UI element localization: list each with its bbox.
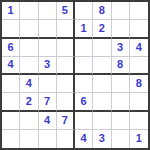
cell-r6c1-empty[interactable]	[2, 93, 20, 111]
cell-r6c8-empty[interactable]	[130, 93, 148, 111]
cell-r2c7-empty[interactable]	[112, 20, 130, 38]
cell-r5c5-empty[interactable]	[75, 75, 93, 93]
cell-r7c5-empty[interactable]	[75, 112, 93, 130]
cell-r5c6-empty[interactable]	[93, 75, 111, 93]
cell-r5c4-empty[interactable]	[57, 75, 75, 93]
cell-r8c8-given: 1	[130, 130, 148, 148]
cell-r4c8-empty[interactable]	[130, 57, 148, 75]
cell-r5c2-given: 4	[20, 75, 38, 93]
cell-r7c7-empty[interactable]	[112, 112, 130, 130]
cell-r5c1-empty[interactable]	[2, 75, 20, 93]
cell-r2c6-given: 2	[93, 20, 111, 38]
cell-r3c6-empty[interactable]	[93, 39, 111, 57]
cell-r6c4-empty[interactable]	[57, 93, 75, 111]
cell-r6c2-given: 2	[20, 93, 38, 111]
cell-r8c3-empty[interactable]	[39, 130, 57, 148]
cell-r7c3-given: 4	[39, 112, 57, 130]
cell-r7c8-empty[interactable]	[130, 112, 148, 130]
cell-r2c8-empty[interactable]	[130, 20, 148, 38]
cell-r7c4-given: 7	[57, 112, 75, 130]
cell-r1c7-empty[interactable]	[112, 2, 130, 20]
cell-r1c5-empty[interactable]	[75, 2, 93, 20]
cell-r5c7-empty[interactable]	[112, 75, 130, 93]
cell-r2c2-empty[interactable]	[20, 20, 38, 38]
cell-r3c4-empty[interactable]	[57, 39, 75, 57]
cell-r4c6-empty[interactable]	[93, 57, 111, 75]
cell-r4c2-empty[interactable]	[20, 57, 38, 75]
cell-r1c1-given: 1	[2, 2, 20, 20]
cell-r8c2-empty[interactable]	[20, 130, 38, 148]
cell-r5c8-given: 8	[130, 75, 148, 93]
cell-r2c5-given: 1	[75, 20, 93, 38]
cell-r1c2-empty[interactable]	[20, 2, 38, 20]
cell-r2c4-empty[interactable]	[57, 20, 75, 38]
cell-r3c3-empty[interactable]	[39, 39, 57, 57]
cell-r4c4-empty[interactable]	[57, 57, 75, 75]
cell-r5c3-empty[interactable]	[39, 75, 57, 93]
cell-r2c1-empty[interactable]	[2, 20, 20, 38]
cell-r3c2-empty[interactable]	[20, 39, 38, 57]
cell-r3c1-given: 6	[2, 39, 20, 57]
sudoku-board: 158126344384827647431	[0, 0, 150, 150]
cell-r3c8-given: 4	[130, 39, 148, 57]
cell-r3c5-empty[interactable]	[75, 39, 93, 57]
cell-r6c3-given: 7	[39, 93, 57, 111]
cell-r1c6-given: 8	[93, 2, 111, 20]
cell-r4c1-given: 4	[2, 57, 20, 75]
cell-r8c1-empty[interactable]	[2, 130, 20, 148]
cell-r1c4-given: 5	[57, 2, 75, 20]
cell-r4c5-empty[interactable]	[75, 57, 93, 75]
cell-r8c4-empty[interactable]	[57, 130, 75, 148]
cell-r1c8-empty[interactable]	[130, 2, 148, 20]
cell-r6c6-empty[interactable]	[93, 93, 111, 111]
cell-r1c3-empty[interactable]	[39, 2, 57, 20]
cell-r6c7-empty[interactable]	[112, 93, 130, 111]
cell-r3c7-given: 3	[112, 39, 130, 57]
cell-r7c2-empty[interactable]	[20, 112, 38, 130]
cell-r7c1-empty[interactable]	[2, 112, 20, 130]
cell-r2c3-empty[interactable]	[39, 20, 57, 38]
cell-r7c6-empty[interactable]	[93, 112, 111, 130]
cell-r8c5-given: 4	[75, 130, 93, 148]
cell-r4c7-given: 8	[112, 57, 130, 75]
cell-r6c5-given: 6	[75, 93, 93, 111]
cell-r8c7-empty[interactable]	[112, 130, 130, 148]
cell-r4c3-given: 3	[39, 57, 57, 75]
cell-r8c6-given: 3	[93, 130, 111, 148]
